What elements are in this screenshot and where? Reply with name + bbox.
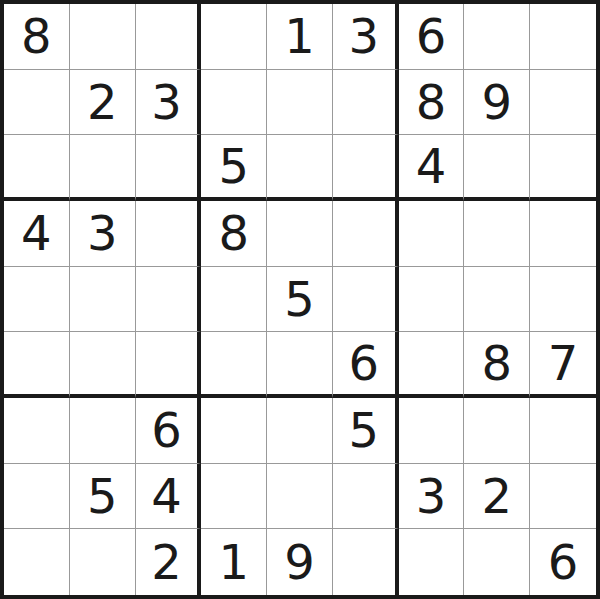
cell-empty-r8c1[interactable] xyxy=(4,464,70,530)
cell-given-r1c7[interactable]: 6 xyxy=(399,4,465,70)
cell-given-r4c4[interactable]: 8 xyxy=(201,201,267,267)
cell-given-r8c7[interactable]: 3 xyxy=(399,464,465,530)
cell-given-r2c8[interactable]: 9 xyxy=(464,70,530,136)
cell-given-r6c9[interactable]: 7 xyxy=(530,332,596,398)
cell-empty-r5c2[interactable] xyxy=(70,267,136,333)
cell-digit: 2 xyxy=(87,78,118,126)
cell-empty-r6c7[interactable] xyxy=(399,332,465,398)
cell-given-r8c3[interactable]: 4 xyxy=(136,464,202,530)
cell-given-r7c6[interactable]: 5 xyxy=(333,398,399,464)
cell-empty-r7c2[interactable] xyxy=(70,398,136,464)
cell-empty-r7c1[interactable] xyxy=(4,398,70,464)
cell-digit: 6 xyxy=(416,12,447,60)
cell-digit: 5 xyxy=(348,406,379,454)
cell-empty-r2c5[interactable] xyxy=(267,70,333,136)
cell-given-r3c4[interactable]: 5 xyxy=(201,135,267,201)
cell-empty-r6c5[interactable] xyxy=(267,332,333,398)
cell-empty-r1c4[interactable] xyxy=(201,4,267,70)
cell-digit: 4 xyxy=(416,142,447,190)
cell-digit: 2 xyxy=(151,538,182,586)
cell-empty-r5c9[interactable] xyxy=(530,267,596,333)
cell-empty-r2c9[interactable] xyxy=(530,70,596,136)
cell-empty-r1c8[interactable] xyxy=(464,4,530,70)
cell-empty-r4c5[interactable] xyxy=(267,201,333,267)
cell-digit: 4 xyxy=(151,472,182,520)
cell-empty-r6c3[interactable] xyxy=(136,332,202,398)
cell-empty-r8c9[interactable] xyxy=(530,464,596,530)
cell-digit: 6 xyxy=(548,538,579,586)
cell-digit: 1 xyxy=(218,538,249,586)
cell-digit: 8 xyxy=(21,12,52,60)
cell-empty-r5c4[interactable] xyxy=(201,267,267,333)
cell-digit: 3 xyxy=(151,78,182,126)
cell-digit: 7 xyxy=(548,339,579,387)
cell-digit: 8 xyxy=(416,78,447,126)
cell-given-r8c8[interactable]: 2 xyxy=(464,464,530,530)
cell-given-r2c3[interactable]: 3 xyxy=(136,70,202,136)
cell-given-r9c9[interactable]: 6 xyxy=(530,529,596,595)
cell-given-r2c7[interactable]: 8 xyxy=(399,70,465,136)
cell-empty-r7c4[interactable] xyxy=(201,398,267,464)
cell-digit: 4 xyxy=(21,209,52,257)
cell-digit: 9 xyxy=(482,78,513,126)
cell-empty-r3c1[interactable] xyxy=(4,135,70,201)
cell-empty-r4c9[interactable] xyxy=(530,201,596,267)
cell-given-r7c3[interactable]: 6 xyxy=(136,398,202,464)
cell-empty-r3c8[interactable] xyxy=(464,135,530,201)
cell-digit: 2 xyxy=(482,472,513,520)
cell-empty-r8c6[interactable] xyxy=(333,464,399,530)
cell-empty-r6c4[interactable] xyxy=(201,332,267,398)
cell-empty-r5c3[interactable] xyxy=(136,267,202,333)
cell-empty-r3c2[interactable] xyxy=(70,135,136,201)
cell-empty-r1c9[interactable] xyxy=(530,4,596,70)
cell-empty-r9c2[interactable] xyxy=(70,529,136,595)
cell-given-r9c5[interactable]: 9 xyxy=(267,529,333,595)
cell-empty-r4c8[interactable] xyxy=(464,201,530,267)
cell-digit: 5 xyxy=(284,275,315,323)
cell-empty-r7c8[interactable] xyxy=(464,398,530,464)
cell-empty-r7c7[interactable] xyxy=(399,398,465,464)
cell-empty-r3c3[interactable] xyxy=(136,135,202,201)
cell-digit: 6 xyxy=(348,339,379,387)
cell-empty-r1c3[interactable] xyxy=(136,4,202,70)
cell-given-r1c6[interactable]: 3 xyxy=(333,4,399,70)
cell-empty-r3c5[interactable] xyxy=(267,135,333,201)
cell-empty-r5c8[interactable] xyxy=(464,267,530,333)
cell-empty-r9c6[interactable] xyxy=(333,529,399,595)
cell-empty-r9c1[interactable] xyxy=(4,529,70,595)
cell-empty-r9c8[interactable] xyxy=(464,529,530,595)
cell-digit: 5 xyxy=(87,472,118,520)
cell-empty-r2c4[interactable] xyxy=(201,70,267,136)
sudoku-board: 813623895443856876554322196 xyxy=(0,0,600,599)
cell-given-r9c4[interactable]: 1 xyxy=(201,529,267,595)
cell-digit: 8 xyxy=(218,209,249,257)
cell-empty-r2c1[interactable] xyxy=(4,70,70,136)
cell-empty-r6c1[interactable] xyxy=(4,332,70,398)
cell-digit: 1 xyxy=(284,12,315,60)
cell-given-r3c7[interactable]: 4 xyxy=(399,135,465,201)
cell-digit: 8 xyxy=(482,339,513,387)
cell-empty-r3c6[interactable] xyxy=(333,135,399,201)
cell-empty-r2c6[interactable] xyxy=(333,70,399,136)
cell-digit: 3 xyxy=(348,12,379,60)
cell-digit: 3 xyxy=(416,472,447,520)
cell-empty-r5c7[interactable] xyxy=(399,267,465,333)
cell-empty-r5c6[interactable] xyxy=(333,267,399,333)
cell-empty-r5c1[interactable] xyxy=(4,267,70,333)
cell-empty-r4c6[interactable] xyxy=(333,201,399,267)
cell-given-r6c6[interactable]: 6 xyxy=(333,332,399,398)
cell-empty-r7c5[interactable] xyxy=(267,398,333,464)
cell-empty-r8c4[interactable] xyxy=(201,464,267,530)
cell-given-r1c1[interactable]: 8 xyxy=(4,4,70,70)
cell-given-r9c3[interactable]: 2 xyxy=(136,529,202,595)
cell-empty-r4c7[interactable] xyxy=(399,201,465,267)
cell-empty-r6c2[interactable] xyxy=(70,332,136,398)
cell-digit: 5 xyxy=(218,142,249,190)
cell-empty-r1c2[interactable] xyxy=(70,4,136,70)
cell-given-r5c5[interactable]: 5 xyxy=(267,267,333,333)
cell-given-r6c8[interactable]: 8 xyxy=(464,332,530,398)
cell-given-r1c5[interactable]: 1 xyxy=(267,4,333,70)
cell-digit: 6 xyxy=(151,406,182,454)
cell-given-r8c2[interactable]: 5 xyxy=(70,464,136,530)
cell-given-r4c2[interactable]: 3 xyxy=(70,201,136,267)
cell-empty-r4c3[interactable] xyxy=(136,201,202,267)
cell-empty-r7c9[interactable] xyxy=(530,398,596,464)
cell-empty-r9c7[interactable] xyxy=(399,529,465,595)
cell-digit: 9 xyxy=(284,538,315,586)
cell-given-r2c2[interactable]: 2 xyxy=(70,70,136,136)
cell-digit: 3 xyxy=(87,209,118,257)
cell-given-r4c1[interactable]: 4 xyxy=(4,201,70,267)
cell-empty-r3c9[interactable] xyxy=(530,135,596,201)
cell-empty-r8c5[interactable] xyxy=(267,464,333,530)
